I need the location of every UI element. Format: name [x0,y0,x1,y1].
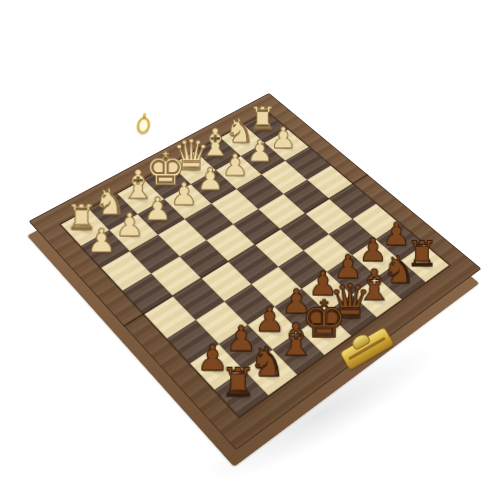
black-rook-h8[interactable]: ♜ [214,369,269,416]
white-pawn-icon: ♟ [58,225,144,258]
chess-photo-scene: ♜♞♝♛♚♝♞♜♟♟♟♟♟♟♟♟♟♟♟♟♟♟♟♟♜♞♝♛♚♝♞♜ [0,0,500,500]
chess-board: ♜♞♝♛♚♝♞♜♟♟♟♟♟♟♟♟♟♟♟♟♟♟♟♟♜♞♝♛♚♝♞♜ [29,93,482,450]
chess-box: ♜♞♝♛♚♝♞♜♟♟♟♟♟♟♟♟♟♟♟♟♟♟♟♟♜♞♝♛♚♝♞♜ [29,93,482,450]
black-rook-icon: ♜ [190,363,285,403]
board-pieces: ♜♞♝♛♚♝♞♜♟♟♟♟♟♟♟♟♟♟♟♟♟♟♟♟♜♞♝♛♚♝♞♜ [61,112,449,416]
white-pawn-h2[interactable]: ♟ [81,229,130,267]
